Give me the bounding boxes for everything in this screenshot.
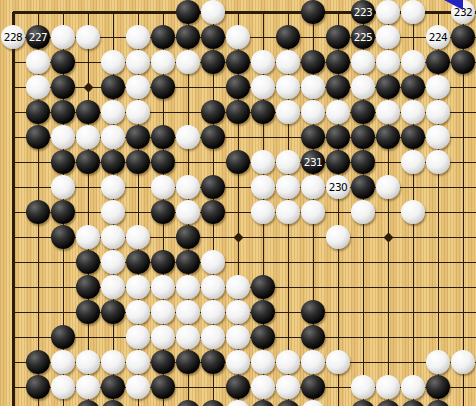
stone-black bbox=[101, 400, 125, 406]
stone-white bbox=[276, 375, 300, 399]
stone-black bbox=[51, 200, 75, 224]
stone-black bbox=[251, 325, 275, 349]
stone-black bbox=[76, 250, 100, 274]
move-number-label: 230 bbox=[329, 182, 348, 193]
stone-white bbox=[351, 50, 375, 74]
stone-black bbox=[351, 100, 375, 124]
stone-black bbox=[51, 150, 75, 174]
stone-white bbox=[201, 325, 225, 349]
stone-black bbox=[301, 50, 325, 74]
stone-white bbox=[101, 200, 125, 224]
stone-white bbox=[326, 350, 350, 374]
stone-black bbox=[451, 25, 475, 49]
stone-black bbox=[226, 50, 250, 74]
stone-white bbox=[451, 350, 475, 374]
stone-black bbox=[251, 275, 275, 299]
stone-white bbox=[226, 25, 250, 49]
stone-white bbox=[301, 175, 325, 199]
stone-black: 223 bbox=[351, 0, 375, 24]
stone-black bbox=[226, 375, 250, 399]
stone-white bbox=[176, 125, 200, 149]
stone-white bbox=[401, 375, 425, 399]
stone-white bbox=[276, 350, 300, 374]
stone-white bbox=[376, 375, 400, 399]
stone-white bbox=[251, 350, 275, 374]
stone-white bbox=[126, 350, 150, 374]
stone-white bbox=[151, 50, 175, 74]
stone-white bbox=[326, 100, 350, 124]
stone-white bbox=[101, 100, 125, 124]
stone-white bbox=[301, 400, 325, 406]
stone-white bbox=[251, 200, 275, 224]
stone-white bbox=[151, 325, 175, 349]
stone-white bbox=[376, 175, 400, 199]
stone-white bbox=[76, 125, 100, 149]
stone-white bbox=[426, 100, 450, 124]
stone-white bbox=[151, 175, 175, 199]
stone-black: 227 bbox=[26, 25, 50, 49]
stone-black bbox=[201, 50, 225, 74]
stone-white bbox=[176, 200, 200, 224]
stone-white bbox=[226, 300, 250, 324]
stone-white bbox=[201, 0, 225, 24]
stone-white bbox=[76, 25, 100, 49]
stone-black bbox=[26, 125, 50, 149]
stone-white bbox=[101, 50, 125, 74]
stone-black bbox=[26, 375, 50, 399]
stone-black bbox=[301, 125, 325, 149]
stone-white bbox=[51, 375, 75, 399]
stone-white bbox=[276, 100, 300, 124]
stone-white bbox=[26, 50, 50, 74]
stone-white bbox=[226, 275, 250, 299]
stone-black bbox=[426, 375, 450, 399]
stone-black bbox=[26, 200, 50, 224]
stone-black bbox=[251, 300, 275, 324]
stone-black bbox=[176, 0, 200, 24]
stone-black bbox=[276, 400, 300, 406]
stone-black bbox=[101, 75, 125, 99]
stone-black bbox=[101, 300, 125, 324]
stone-white bbox=[401, 0, 425, 24]
stone-white bbox=[251, 50, 275, 74]
stone-black bbox=[351, 400, 375, 406]
stone-white bbox=[376, 100, 400, 124]
stone-white bbox=[351, 75, 375, 99]
star-point bbox=[234, 233, 244, 243]
stone-black bbox=[301, 325, 325, 349]
stone-white bbox=[176, 300, 200, 324]
stone-black bbox=[76, 275, 100, 299]
stone-white bbox=[126, 50, 150, 74]
stone-black bbox=[326, 150, 350, 174]
stone-black bbox=[201, 125, 225, 149]
stone-black bbox=[351, 175, 375, 199]
stone-white bbox=[51, 350, 75, 374]
stone-white bbox=[276, 150, 300, 174]
stone-black bbox=[126, 125, 150, 149]
stone-white bbox=[276, 75, 300, 99]
stone-black bbox=[76, 400, 100, 406]
stone-white bbox=[101, 225, 125, 249]
stone-white bbox=[76, 350, 100, 374]
stone-white bbox=[151, 275, 175, 299]
stone-black bbox=[151, 125, 175, 149]
stone-white bbox=[176, 325, 200, 349]
stone-black bbox=[376, 75, 400, 99]
move-number-label: 227 bbox=[29, 32, 48, 43]
stone-black bbox=[176, 250, 200, 274]
stone-black bbox=[201, 400, 225, 406]
stone-black bbox=[376, 125, 400, 149]
stone-black bbox=[51, 325, 75, 349]
stone-white bbox=[226, 350, 250, 374]
stone-white bbox=[426, 75, 450, 99]
stone-white bbox=[276, 175, 300, 199]
stone-white bbox=[351, 200, 375, 224]
stone-white bbox=[301, 75, 325, 99]
stone-black bbox=[451, 50, 475, 74]
stone-black bbox=[126, 150, 150, 174]
stone-black bbox=[251, 400, 275, 406]
stone-white bbox=[376, 50, 400, 74]
stone-white bbox=[301, 350, 325, 374]
stone-white bbox=[201, 300, 225, 324]
stone-black bbox=[201, 175, 225, 199]
stone-white: 224 bbox=[426, 25, 450, 49]
stone-black bbox=[26, 100, 50, 124]
stone-white bbox=[126, 275, 150, 299]
stone-white bbox=[126, 225, 150, 249]
stone-white bbox=[401, 200, 425, 224]
go-board[interactable]: 223232228227225224231230 bbox=[0, 0, 476, 406]
stone-black bbox=[201, 25, 225, 49]
stone-black bbox=[176, 400, 200, 406]
stone-black bbox=[301, 300, 325, 324]
stone-black bbox=[276, 25, 300, 49]
stone-black bbox=[376, 400, 400, 406]
board-vertical-line bbox=[88, 12, 89, 406]
stone-black bbox=[351, 150, 375, 174]
stone-black bbox=[51, 50, 75, 74]
stone-white bbox=[426, 125, 450, 149]
stone-white bbox=[251, 75, 275, 99]
stone-white bbox=[101, 175, 125, 199]
stone-white bbox=[401, 50, 425, 74]
stone-white bbox=[126, 100, 150, 124]
stone-black bbox=[51, 75, 75, 99]
stone-white bbox=[401, 150, 425, 174]
stone-white bbox=[276, 200, 300, 224]
stone-black: 231 bbox=[301, 150, 325, 174]
stone-black bbox=[226, 150, 250, 174]
stone-white bbox=[51, 175, 75, 199]
stone-white bbox=[426, 150, 450, 174]
stone-black bbox=[76, 300, 100, 324]
stone-white bbox=[151, 300, 175, 324]
stone-black bbox=[226, 100, 250, 124]
stone-white bbox=[276, 50, 300, 74]
stone-black bbox=[201, 100, 225, 124]
move-number-label: 225 bbox=[354, 32, 373, 43]
stone-white bbox=[101, 125, 125, 149]
stone-black bbox=[151, 250, 175, 274]
stone-white bbox=[251, 150, 275, 174]
stone-white bbox=[226, 400, 250, 406]
stone-white bbox=[126, 375, 150, 399]
stone-white: 228 bbox=[1, 25, 25, 49]
stone-black bbox=[426, 400, 450, 406]
stone-white bbox=[301, 100, 325, 124]
stone-white bbox=[176, 50, 200, 74]
stone-black bbox=[126, 250, 150, 274]
stone-black bbox=[76, 100, 100, 124]
stone-black bbox=[326, 50, 350, 74]
stone-black bbox=[401, 125, 425, 149]
stone-white bbox=[126, 75, 150, 99]
stone-white bbox=[351, 375, 375, 399]
stone-white bbox=[101, 275, 125, 299]
stone-white bbox=[251, 175, 275, 199]
stone-white bbox=[376, 0, 400, 24]
stone-white bbox=[201, 250, 225, 274]
stone-black bbox=[26, 350, 50, 374]
stone-black bbox=[151, 375, 175, 399]
stone-black bbox=[51, 225, 75, 249]
stone-black bbox=[51, 100, 75, 124]
stone-white bbox=[126, 25, 150, 49]
stone-white bbox=[176, 275, 200, 299]
stone-black bbox=[151, 150, 175, 174]
stone-white bbox=[101, 250, 125, 274]
stone-white bbox=[76, 225, 100, 249]
board-vertical-line bbox=[12, 12, 15, 406]
stone-black bbox=[201, 200, 225, 224]
stone-white bbox=[301, 200, 325, 224]
stone-black bbox=[326, 25, 350, 49]
stone-white bbox=[26, 75, 50, 99]
stone-black bbox=[151, 200, 175, 224]
stone-white bbox=[51, 125, 75, 149]
stone-black bbox=[301, 375, 325, 399]
stone-black bbox=[101, 150, 125, 174]
stone-white bbox=[201, 275, 225, 299]
stone-black bbox=[151, 350, 175, 374]
stone-white bbox=[51, 25, 75, 49]
stone-black bbox=[76, 150, 100, 174]
stone-black bbox=[326, 125, 350, 149]
stone-black bbox=[426, 50, 450, 74]
star-point bbox=[84, 83, 94, 93]
stone-white bbox=[401, 100, 425, 124]
stone-white bbox=[326, 225, 350, 249]
stone-black bbox=[326, 75, 350, 99]
stone-black bbox=[176, 225, 200, 249]
move-number-label: 228 bbox=[4, 32, 23, 43]
stone-black bbox=[151, 75, 175, 99]
stone-white bbox=[176, 175, 200, 199]
move-number-label: 223 bbox=[354, 7, 373, 18]
stone-black bbox=[176, 25, 200, 49]
stone-white bbox=[251, 375, 275, 399]
stone-white bbox=[226, 325, 250, 349]
stone-white bbox=[76, 375, 100, 399]
stone-black bbox=[176, 350, 200, 374]
stone-black bbox=[151, 25, 175, 49]
stone-black: 225 bbox=[351, 25, 375, 49]
move-number-label: 231 bbox=[304, 157, 323, 168]
board-horizontal-line bbox=[13, 187, 476, 188]
stone-white bbox=[126, 325, 150, 349]
stone-white bbox=[376, 25, 400, 49]
stone-black bbox=[351, 125, 375, 149]
stone-black bbox=[101, 375, 125, 399]
stone-white bbox=[126, 300, 150, 324]
move-number-label: 224 bbox=[429, 32, 448, 43]
stone-black bbox=[226, 75, 250, 99]
star-point bbox=[384, 233, 394, 243]
stone-black bbox=[401, 400, 425, 406]
stone-black bbox=[401, 75, 425, 99]
stone-black bbox=[251, 100, 275, 124]
stone-white: 230 bbox=[326, 175, 350, 199]
stone-white bbox=[101, 350, 125, 374]
stone-black bbox=[201, 350, 225, 374]
stone-white bbox=[426, 350, 450, 374]
stone-black bbox=[301, 0, 325, 24]
